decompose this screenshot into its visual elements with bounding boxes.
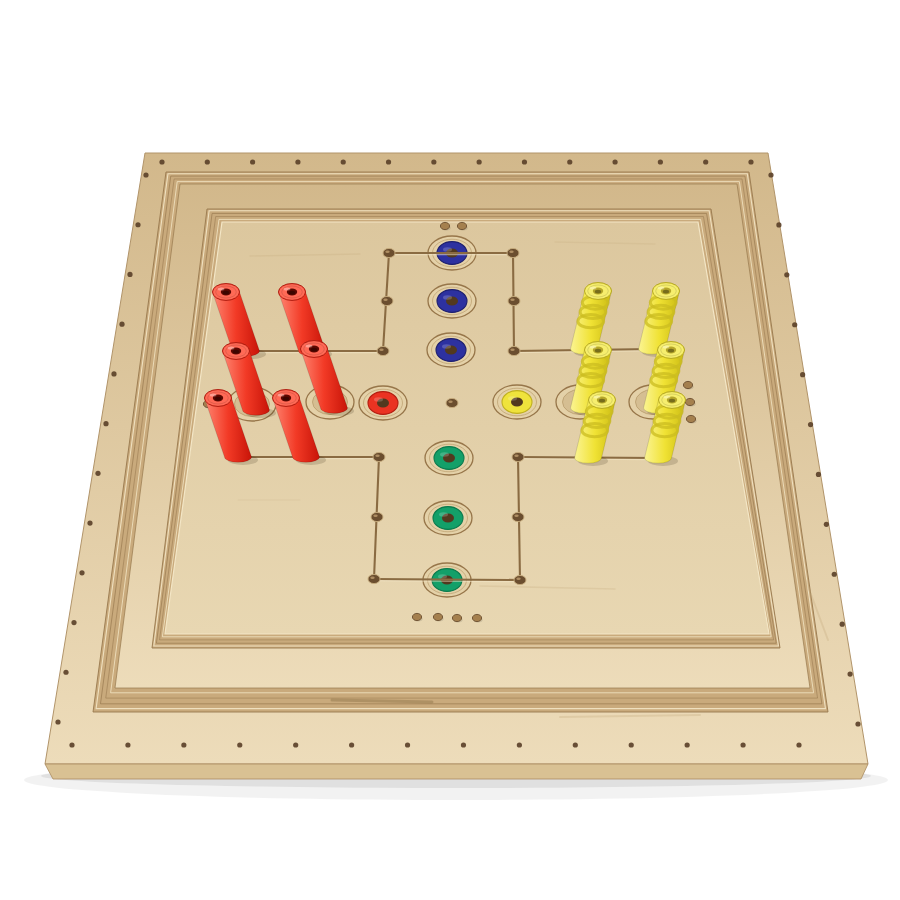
green-ring[interactable] <box>424 501 472 535</box>
pip-dot <box>686 415 695 422</box>
photo-canvas <box>0 0 900 900</box>
screw-hole <box>840 622 845 627</box>
pip-dot <box>472 614 481 621</box>
screw-hole <box>55 719 60 724</box>
screw-hole <box>386 159 391 164</box>
screw-hole <box>796 742 801 747</box>
screw-hole <box>69 742 74 747</box>
screw-hole <box>847 671 852 676</box>
screw-hole <box>740 742 745 747</box>
track-hole[interactable] <box>446 398 458 407</box>
screw-hole <box>612 159 617 164</box>
screw-hole <box>143 172 148 177</box>
screw-hole <box>567 159 572 164</box>
screw-hole <box>517 742 522 747</box>
pip-dot <box>412 613 421 620</box>
screw-hole <box>573 742 578 747</box>
screw-hole <box>800 372 805 377</box>
screw-hole <box>95 471 100 476</box>
track-hole[interactable] <box>508 346 520 355</box>
screw-hole <box>855 721 860 726</box>
screw-hole <box>181 742 186 747</box>
screw-hole <box>784 272 789 277</box>
track-hole[interactable] <box>512 512 524 521</box>
red-ring[interactable] <box>359 386 407 420</box>
screw-hole <box>349 742 354 747</box>
screw-hole <box>63 670 68 675</box>
screw-hole <box>293 742 298 747</box>
screw-hole <box>295 159 300 164</box>
track-hole[interactable] <box>371 512 383 521</box>
screw-hole <box>431 159 436 164</box>
screw-hole <box>71 620 76 625</box>
screw-hole <box>816 472 821 477</box>
screw-hole <box>341 159 346 164</box>
screw-hole <box>461 742 466 747</box>
screw-hole <box>768 172 773 177</box>
blue-ring[interactable] <box>427 333 475 367</box>
yellow-ring[interactable] <box>493 385 541 419</box>
screw-hole <box>748 159 753 164</box>
screw-hole <box>79 570 84 575</box>
screw-hole <box>405 742 410 747</box>
screw-hole <box>250 159 255 164</box>
track-hole[interactable] <box>373 452 385 461</box>
track-hole[interactable] <box>512 452 524 461</box>
ludo-board <box>0 0 900 900</box>
screw-hole <box>159 159 164 164</box>
screw-hole <box>119 322 124 327</box>
track-hole[interactable] <box>368 574 380 583</box>
board-side-edge <box>45 764 868 779</box>
track-hole[interactable] <box>514 575 526 584</box>
pip-dot <box>440 222 449 229</box>
screw-hole <box>125 742 130 747</box>
screw-hole <box>658 159 663 164</box>
track-hole[interactable] <box>383 248 395 257</box>
screw-hole <box>629 742 634 747</box>
screw-hole <box>103 421 108 426</box>
screw-hole <box>135 222 140 227</box>
pip-dot <box>685 398 694 405</box>
track-hole[interactable] <box>377 346 389 355</box>
track-hole[interactable] <box>508 296 520 305</box>
pip-dot <box>433 613 442 620</box>
screw-hole <box>205 159 210 164</box>
screw-hole <box>127 272 132 277</box>
screw-hole <box>111 371 116 376</box>
screw-hole <box>832 572 837 577</box>
screw-hole <box>776 222 781 227</box>
screw-hole <box>808 422 813 427</box>
screw-hole <box>522 159 527 164</box>
screw-hole <box>703 159 708 164</box>
screw-hole <box>792 322 797 327</box>
screw-hole <box>237 742 242 747</box>
track-hole[interactable] <box>507 248 519 257</box>
pip-dot <box>683 381 692 388</box>
screw-hole <box>87 520 92 525</box>
track-groove <box>374 579 520 580</box>
screw-hole <box>477 159 482 164</box>
track-hole[interactable] <box>381 296 393 305</box>
screw-hole <box>685 742 690 747</box>
screw-hole <box>824 522 829 527</box>
green-ring[interactable] <box>425 441 473 475</box>
pip-dot <box>452 614 461 621</box>
blue-ring[interactable] <box>428 284 476 318</box>
pip-dot <box>457 222 466 229</box>
